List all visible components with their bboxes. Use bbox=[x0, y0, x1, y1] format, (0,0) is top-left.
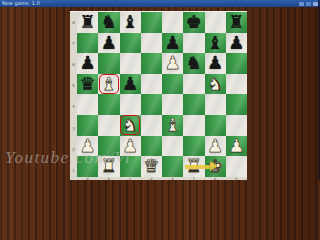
square-d3[interactable] bbox=[141, 115, 162, 136]
square-a5[interactable]: ♛ bbox=[77, 74, 98, 95]
square-a1[interactable] bbox=[77, 156, 98, 177]
square-b2[interactable] bbox=[98, 136, 119, 157]
white-pawn-piece[interactable]: ♟ bbox=[77, 136, 98, 157]
square-b5[interactable]: ♝ bbox=[98, 74, 119, 95]
square-b3[interactable] bbox=[98, 115, 119, 136]
rank-label-1: 1 bbox=[70, 160, 77, 180]
square-c1[interactable] bbox=[120, 156, 141, 177]
square-g7[interactable]: ♝ bbox=[205, 33, 226, 54]
square-c5[interactable]: ♟ bbox=[120, 74, 141, 95]
square-a3[interactable] bbox=[77, 115, 98, 136]
white-bishop-piece[interactable]: ♝ bbox=[162, 115, 183, 136]
square-a4[interactable] bbox=[77, 94, 98, 115]
black-knight-piece[interactable]: ♞ bbox=[98, 12, 119, 33]
white-queen-piece[interactable]: ♛ bbox=[141, 156, 162, 177]
white-pawn-piece[interactable]: ♟ bbox=[226, 136, 247, 157]
board-grid: ♜♞♝♚♜♟♟♝♟♟♟♞♟♛♝♟♞♞♝♟♟♟♟♜♛♜♚ bbox=[77, 11, 247, 177]
square-g5[interactable]: ♞ bbox=[205, 74, 226, 95]
board-frame: 87654321 ♜♞♝♚♜♟♟♝♟♟♟♞♟♛♝♟♞♞♝♟♟♟♟♜♛♜♚ abc… bbox=[70, 11, 247, 180]
square-h7[interactable]: ♟ bbox=[226, 33, 247, 54]
black-bishop-piece[interactable]: ♝ bbox=[205, 33, 226, 54]
white-rook-piece[interactable]: ♜ bbox=[98, 156, 119, 177]
file-label-e: e bbox=[162, 177, 183, 180]
square-h3[interactable] bbox=[226, 115, 247, 136]
square-e4[interactable] bbox=[162, 94, 183, 115]
black-bishop-piece[interactable]: ♝ bbox=[120, 12, 141, 33]
square-a8[interactable]: ♜ bbox=[77, 12, 98, 33]
square-b4[interactable] bbox=[98, 94, 119, 115]
square-h1[interactable] bbox=[226, 156, 247, 177]
maximize-button-icon[interactable] bbox=[306, 2, 311, 6]
square-f2[interactable] bbox=[183, 136, 204, 157]
square-d8[interactable] bbox=[141, 12, 162, 33]
white-pawn-piece[interactable]: ♟ bbox=[205, 136, 226, 157]
square-a2[interactable]: ♟ bbox=[77, 136, 98, 157]
white-bishop-piece[interactable]: ♝ bbox=[98, 74, 119, 95]
file-label-c: c bbox=[120, 177, 141, 180]
square-d7[interactable] bbox=[141, 33, 162, 54]
file-label-d: d bbox=[141, 177, 162, 180]
black-rook-piece[interactable]: ♜ bbox=[226, 12, 247, 33]
white-king-piece[interactable]: ♚ bbox=[205, 156, 226, 177]
square-f3[interactable] bbox=[183, 115, 204, 136]
rank-label-4: 4 bbox=[70, 96, 77, 117]
file-label-g: g bbox=[205, 177, 226, 180]
square-e8[interactable] bbox=[162, 12, 183, 33]
square-b7[interactable]: ♟ bbox=[98, 33, 119, 54]
square-e7[interactable]: ♟ bbox=[162, 33, 183, 54]
file-label-h: h bbox=[226, 177, 247, 180]
square-c8[interactable]: ♝ bbox=[120, 12, 141, 33]
white-knight-piece[interactable]: ♞ bbox=[120, 115, 141, 136]
black-rook-piece[interactable]: ♜ bbox=[77, 12, 98, 33]
square-f6[interactable]: ♞ bbox=[183, 53, 204, 74]
white-pawn-piece[interactable]: ♟ bbox=[162, 53, 183, 74]
square-c2[interactable]: ♟ bbox=[120, 136, 141, 157]
square-e2[interactable] bbox=[162, 136, 183, 157]
square-g6[interactable]: ♟ bbox=[205, 53, 226, 74]
square-e6[interactable]: ♟ bbox=[162, 53, 183, 74]
black-queen-piece[interactable]: ♛ bbox=[77, 74, 98, 95]
square-d4[interactable] bbox=[141, 94, 162, 115]
square-d5[interactable] bbox=[141, 74, 162, 95]
square-g4[interactable] bbox=[205, 94, 226, 115]
rank-label-2: 2 bbox=[70, 139, 77, 160]
square-h5[interactable] bbox=[226, 74, 247, 95]
file-label-b: b bbox=[98, 177, 119, 180]
black-pawn-piece[interactable]: ♟ bbox=[162, 33, 183, 54]
square-g3[interactable] bbox=[205, 115, 226, 136]
square-c6[interactable] bbox=[120, 53, 141, 74]
square-a6[interactable]: ♟ bbox=[77, 53, 98, 74]
square-e5[interactable] bbox=[162, 74, 183, 95]
square-g2[interactable]: ♟ bbox=[205, 136, 226, 157]
square-h8[interactable]: ♜ bbox=[226, 12, 247, 33]
square-b6[interactable] bbox=[98, 53, 119, 74]
black-pawn-piece[interactable]: ♟ bbox=[77, 53, 98, 74]
rank-label-3: 3 bbox=[70, 117, 77, 138]
square-f1[interactable]: ♜ bbox=[183, 156, 204, 177]
square-e1[interactable] bbox=[162, 156, 183, 177]
black-pawn-piece[interactable]: ♟ bbox=[226, 33, 247, 54]
square-h4[interactable] bbox=[226, 94, 247, 115]
square-b1[interactable]: ♜ bbox=[98, 156, 119, 177]
square-h2[interactable]: ♟ bbox=[226, 136, 247, 157]
title-bar: New game, 1.0 bbox=[0, 0, 320, 7]
square-b8[interactable]: ♞ bbox=[98, 12, 119, 33]
rank-label-6: 6 bbox=[70, 54, 77, 75]
rank-label-5: 5 bbox=[70, 75, 77, 96]
app-window: { "window": { "title": "New game, 1.0", … bbox=[0, 0, 320, 180]
square-f5[interactable] bbox=[183, 74, 204, 95]
window-title: New game, 1.0 bbox=[0, 0, 40, 7]
black-pawn-piece[interactable]: ♟ bbox=[98, 33, 119, 54]
rank-label-7: 7 bbox=[70, 33, 77, 54]
file-label-f: f bbox=[183, 177, 204, 180]
square-h6[interactable] bbox=[226, 53, 247, 74]
window-controls bbox=[299, 2, 320, 6]
square-c4[interactable] bbox=[120, 94, 141, 115]
black-knight-piece[interactable]: ♞ bbox=[183, 53, 204, 74]
square-g8[interactable] bbox=[205, 12, 226, 33]
rank-labels: 87654321 bbox=[70, 11, 77, 180]
white-pawn-piece[interactable]: ♟ bbox=[120, 136, 141, 157]
square-d1[interactable]: ♛ bbox=[141, 156, 162, 177]
square-f8[interactable]: ♚ bbox=[183, 12, 204, 33]
white-knight-piece[interactable]: ♞ bbox=[205, 74, 226, 95]
white-rook-piece[interactable]: ♜ bbox=[183, 156, 204, 177]
rank-label-8: 8 bbox=[70, 12, 77, 33]
square-g1[interactable]: ♚ bbox=[205, 156, 226, 177]
square-e3[interactable]: ♝ bbox=[162, 115, 183, 136]
black-king-piece[interactable]: ♚ bbox=[183, 12, 204, 33]
square-f4[interactable] bbox=[183, 94, 204, 115]
minimize-button-icon[interactable] bbox=[299, 2, 304, 6]
square-a7[interactable] bbox=[77, 33, 98, 54]
square-d6[interactable] bbox=[141, 53, 162, 74]
square-c3[interactable]: ♞ bbox=[120, 115, 141, 136]
chess-board: 87654321 ♜♞♝♚♜♟♟♝♟♟♟♞♟♛♝♟♞♞♝♟♟♟♟♜♛♜♚ abc… bbox=[70, 11, 247, 180]
file-label-a: a bbox=[77, 177, 98, 180]
square-c7[interactable] bbox=[120, 33, 141, 54]
square-f7[interactable] bbox=[183, 33, 204, 54]
black-pawn-piece[interactable]: ♟ bbox=[205, 53, 226, 74]
file-labels: abcdefgh bbox=[77, 177, 247, 180]
square-d2[interactable] bbox=[141, 136, 162, 157]
black-pawn-piece[interactable]: ♟ bbox=[120, 74, 141, 95]
